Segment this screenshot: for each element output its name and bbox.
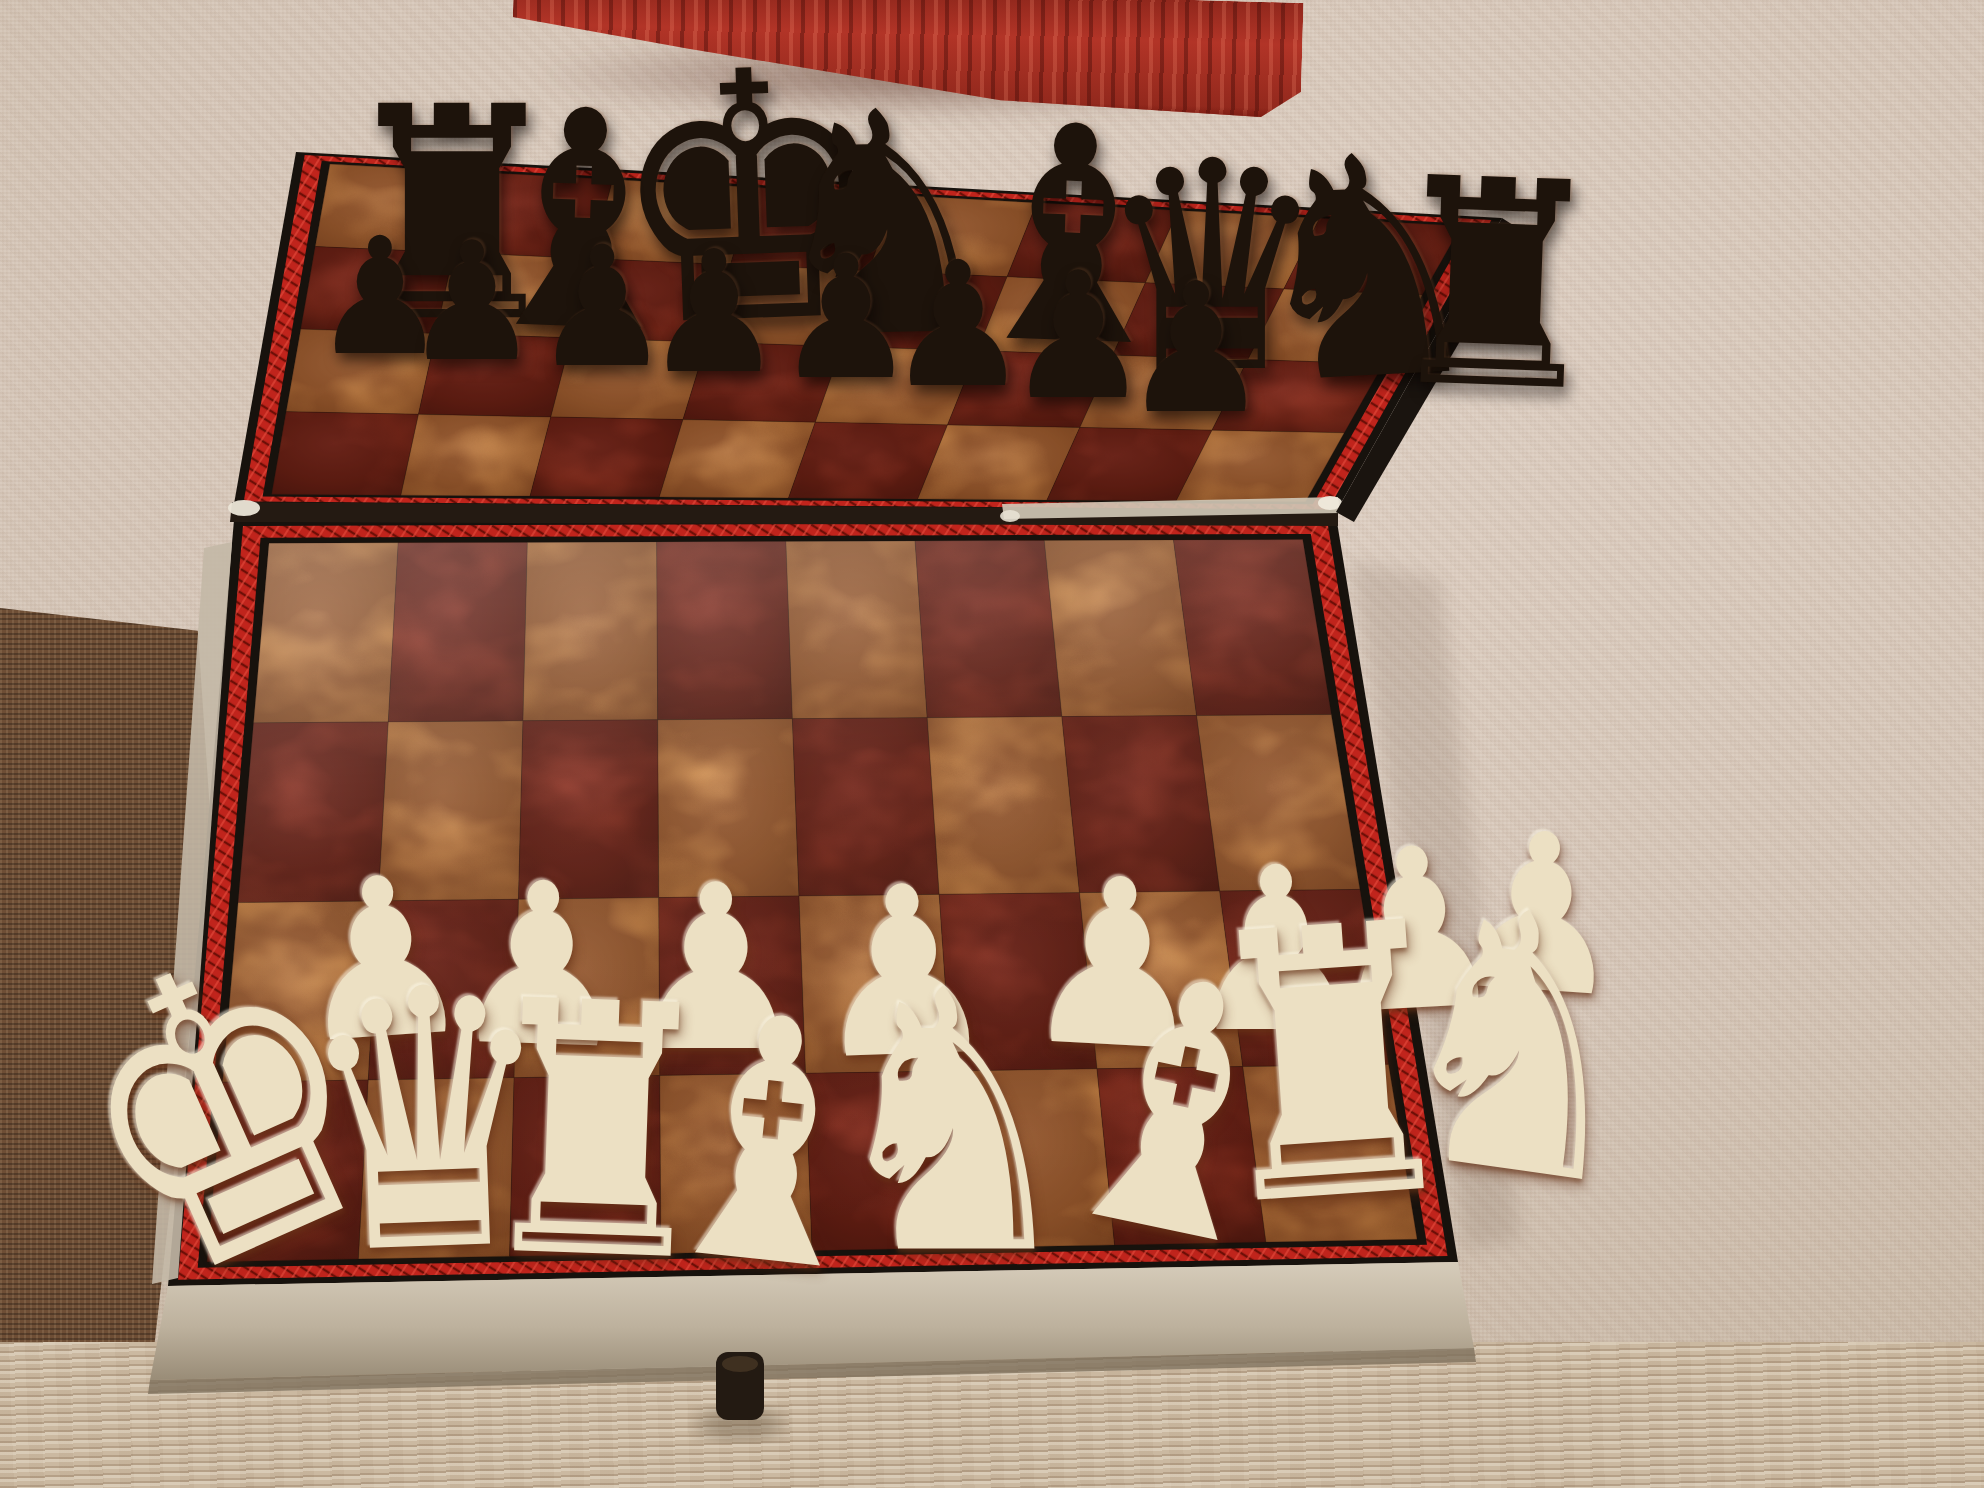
travel-chess-set-photo: ♜♝♚♞♝♛♞♜♟♟♟♟♟♟♟♟♟♟♟♟♟♟♟♟♚♛♜♝♞♝♜♞ (0, 0, 1984, 1488)
piece-black-pawn[interactable]: ♟ (640, 228, 788, 396)
hinge-paint-chip-center (1000, 510, 1020, 522)
piece-black-pawn[interactable]: ♟ (400, 220, 544, 384)
piece-black-rook[interactable]: ♜ (1370, 140, 1621, 433)
clasp-highlight (722, 1356, 758, 1372)
piece-white-bishop[interactable]: ♝ (625, 963, 913, 1323)
hinge-paint-chip-left (228, 500, 260, 516)
piece-black-pawn[interactable]: ♟ (1117, 259, 1275, 438)
